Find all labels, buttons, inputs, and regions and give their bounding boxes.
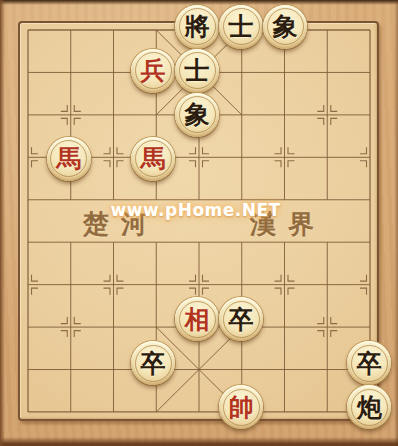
piece-black-advisor[interactable]: 士 — [219, 5, 263, 49]
piece-black-elephant[interactable]: 象 — [263, 5, 307, 49]
piece-glyph: 馬 — [56, 146, 81, 171]
piece-glyph: 將 — [185, 14, 210, 39]
piece-red-general[interactable]: 帥 — [219, 385, 263, 429]
piece-glyph: 卒 — [141, 351, 166, 376]
piece-glyph: 炮 — [357, 395, 382, 420]
piece-glyph: 象 — [273, 14, 298, 39]
piece-black-elephant[interactable]: 象 — [175, 93, 219, 137]
piece-glyph: 相 — [185, 307, 210, 332]
piece-red-soldier[interactable]: 兵 — [131, 49, 175, 93]
piece-black-soldier[interactable]: 卒 — [347, 341, 391, 385]
xiangqi-board-app: 楚河 漢界 www.pHome.NET 將士象兵士象馬馬相卒卒卒帥炮 — [0, 0, 398, 446]
board-edge-left — [0, 0, 5, 446]
piece-glyph: 帥 — [229, 395, 254, 420]
piece-black-general[interactable]: 將 — [175, 5, 219, 49]
piece-black-soldier[interactable]: 卒 — [131, 341, 175, 385]
piece-glyph: 士 — [185, 58, 210, 83]
piece-glyph: 卒 — [229, 307, 254, 332]
piece-red-elephant[interactable]: 相 — [175, 297, 219, 341]
piece-black-soldier[interactable]: 卒 — [219, 297, 263, 341]
pieces-grid: 將士象兵士象馬馬相卒卒卒帥炮 — [7, 9, 392, 433]
piece-glyph: 象 — [185, 102, 210, 127]
piece-glyph: 兵 — [141, 58, 166, 83]
piece-glyph: 馬 — [141, 146, 166, 171]
board-edge-right — [394, 0, 398, 446]
board-edge-bottom — [0, 437, 398, 446]
piece-glyph: 卒 — [357, 351, 382, 376]
piece-glyph: 士 — [229, 14, 254, 39]
piece-black-cannon[interactable]: 炮 — [347, 385, 391, 429]
piece-red-horse[interactable]: 馬 — [47, 137, 91, 181]
piece-red-horse[interactable]: 馬 — [131, 137, 175, 181]
piece-black-advisor[interactable]: 士 — [175, 49, 219, 93]
